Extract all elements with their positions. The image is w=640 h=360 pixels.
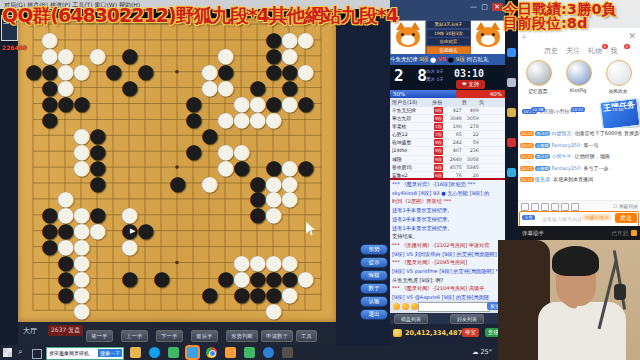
client-chat-line-9: *** 《魔灵对网》-[2095号房间] bbox=[390, 258, 505, 267]
side-button-认输[interactable]: 认输 bbox=[360, 296, 388, 307]
client-chat-line-12: *** 《魔灵对网》-[2104号房间] 高级手 bbox=[390, 284, 505, 293]
white-stone-icon: ● bbox=[430, 56, 436, 64]
client-chat-line-3: 还有1手未显示支持纪录。 bbox=[390, 206, 505, 215]
right-player-rank: 9段 bbox=[456, 56, 465, 62]
scoreboard: 2 8 白方 0子 黑方 1子 03:10 ❤ 支持 bbox=[390, 65, 505, 90]
taskbar-app-item[interactable]: 接笑趣像网页研机 搜索一下 bbox=[46, 347, 124, 360]
fishball-chip[interactable]: 白嫖32鱼丸 bbox=[582, 214, 612, 221]
footer-button-6[interactable]: 工具 bbox=[296, 330, 317, 342]
footer-button-0[interactable]: 第一手 bbox=[86, 330, 113, 342]
footer-button-2[interactable]: 下一手 bbox=[156, 330, 183, 342]
side-button-退出[interactable]: 退出 bbox=[360, 309, 388, 320]
danmu-label: 弹幕助手 bbox=[518, 230, 544, 236]
taskbar-icon-5[interactable] bbox=[225, 347, 236, 358]
left-player-name: 斗鱼无纪律 bbox=[390, 56, 418, 62]
spectator-row-0[interactable]: 斗鱼无纪律9段427499 bbox=[390, 107, 505, 115]
streamer-body bbox=[538, 302, 626, 360]
support-button[interactable]: ❤ 支持 bbox=[456, 80, 485, 89]
client-tabs: 棋盘列表好友列表 bbox=[390, 313, 505, 324]
fan-level-1: LV.38 bbox=[523, 96, 553, 115]
emoji-icon[interactable] bbox=[402, 303, 409, 310]
fan-icon-历史[interactable]: 历史 bbox=[544, 46, 558, 56]
douyu-chat-line-4: LV.13慢急递: 欢迎来到本直播间 bbox=[518, 174, 640, 186]
rank-banner: 目前段位:8d bbox=[503, 14, 640, 33]
fan-level-3: LV.30 bbox=[603, 96, 633, 115]
client-chat[interactable]: *** 《魔灵对弈》-[16段]欢迎您 ***sky4kiss8 [4段] 93… bbox=[390, 178, 505, 302]
fan-name-1: 记忆股票 bbox=[523, 88, 553, 94]
streamer-hair bbox=[552, 246, 599, 276]
fan-level-2: LV.32 bbox=[563, 96, 593, 115]
taskbar-icon-2[interactable] bbox=[168, 347, 179, 358]
taskbar-icon-6[interactable] bbox=[244, 347, 255, 358]
client-chat-line-0: *** 《魔灵对弈》-[16段]欢迎您 *** bbox=[390, 180, 505, 189]
emoji-icon[interactable] bbox=[393, 303, 400, 310]
fan-name-2: KissPig bbox=[563, 88, 593, 93]
microphone-icon bbox=[614, 284, 626, 300]
fan-avatar-1[interactable] bbox=[526, 60, 552, 86]
chat-tool-icon-1[interactable] bbox=[531, 203, 539, 211]
client-chat-input[interactable] bbox=[418, 302, 490, 312]
spectator-row-1[interactable]: 寒古九段9段30463059 bbox=[390, 115, 505, 123]
move-counter: 2 8 bbox=[394, 66, 429, 85]
douyu-chat-line-0: LV.23黑马狂白嫖预言: 伯泰兽给下了6000鱼 直接选不服开A bbox=[518, 128, 640, 140]
side-button-提示[interactable]: 提示 bbox=[360, 257, 388, 268]
send-button[interactable]: 发送 bbox=[615, 213, 637, 223]
lock-icon[interactable] bbox=[631, 230, 637, 236]
mic-stand bbox=[613, 250, 626, 310]
winrate-right: 40% bbox=[490, 90, 502, 98]
edge-icon-3[interactable] bbox=[507, 138, 516, 147]
spectator-row-4[interactable]: 乾坤盛整9段24259 bbox=[390, 139, 505, 147]
coin-bar: 20,412,334,487 夺宝 竞猜 bbox=[390, 324, 505, 345]
footer-button-4[interactable]: 形势判断 bbox=[226, 330, 258, 342]
qq-banner: QQ群(648302212)野狐九段*4其他網站九段*4 bbox=[2, 3, 506, 29]
fan-avatar-3[interactable] bbox=[606, 60, 632, 86]
last-move-marker: ▶ bbox=[130, 228, 135, 235]
go-board[interactable]: ●●●●●●●●●●●●●●●●●●●●●●●●●●●●●●●●●●●●●●●●… bbox=[18, 18, 336, 322]
hall-label[interactable]: 大厅 bbox=[23, 326, 37, 336]
fan-name-3: 依风吹衣 bbox=[603, 88, 633, 94]
badge-count: 2 bbox=[624, 44, 630, 49]
room-chip[interactable]: 2637·复盘 bbox=[48, 325, 83, 336]
taskbar[interactable]: ⌕ 接笑趣像网页研机 搜索一下 ☁ 25° bbox=[0, 345, 498, 360]
footer-button-1[interactable]: 上一手 bbox=[121, 330, 148, 342]
client-chat-line-7: *** 《直播对网》-[2102号房间] 申请对弈 bbox=[390, 241, 505, 250]
edge-icon-2[interactable] bbox=[507, 108, 516, 117]
footer-button-5[interactable]: 申请数子 bbox=[261, 330, 293, 342]
client-chat-line-2: 时同《1层期》目装结 *** bbox=[390, 197, 505, 206]
taskbar-icon-0[interactable] bbox=[130, 347, 141, 358]
side-button-悔棋[interactable]: 悔棋 bbox=[360, 270, 388, 281]
webcam bbox=[498, 240, 640, 360]
capture-white: 白方 0子 bbox=[426, 69, 444, 74]
douyu-chat-line-1: LV.21小葡萄Fantasy250: 第一句 bbox=[518, 140, 640, 152]
start-button[interactable] bbox=[3, 348, 12, 357]
vs-label: VS bbox=[438, 56, 446, 62]
winrate-bar: 50% 40% bbox=[390, 90, 505, 98]
side-button-形势[interactable]: 形势 bbox=[360, 244, 388, 255]
chat-tool-icon-5[interactable] bbox=[571, 203, 579, 211]
douyu-chat-line-2: LV.21黑马狂小明牛牛: 让他经牌，瑞骑 bbox=[518, 151, 640, 163]
client-chat-line-10: [9段] VS parisfme [9段] 的支持[局面随期] *** bbox=[390, 267, 505, 276]
spectator-header: 用户名(18)身份胜负 bbox=[390, 98, 505, 107]
left-strip: 当湖 bbox=[0, 9, 18, 345]
coin-amount: 20,412,334,487 bbox=[405, 329, 462, 337]
spectator-row-3[interactable]: 心胜127段6522 bbox=[390, 131, 505, 139]
spectator-row-2[interactable]: 李老桂1段190278 bbox=[390, 123, 505, 131]
taskbar-icon-4[interactable] bbox=[206, 347, 217, 358]
game-info-panel: 黑贴3又3/4子19路 30秒3次自由对弈旁观聊天 斗鱼无纪律 9段 ● VS … bbox=[390, 20, 505, 345]
block-effects-checkbox[interactable]: ☐ 屏蔽特效 bbox=[613, 203, 638, 209]
taskbar-app-text: 接笑趣像网页研机 bbox=[49, 350, 89, 356]
coin-icon bbox=[393, 329, 402, 337]
chat-tool-icon-0[interactable] bbox=[521, 203, 529, 211]
client-tab-1[interactable]: 好友列表 bbox=[450, 314, 484, 324]
danmu-bar: 弹幕助手 已开启 bbox=[518, 226, 640, 240]
chat-tool-icon-4[interactable] bbox=[561, 203, 569, 211]
game-timer: 03:10 bbox=[454, 68, 484, 79]
input-badge: 斗鱼 bbox=[522, 215, 535, 220]
task-view-icon[interactable] bbox=[32, 349, 42, 359]
edge-icon-4[interactable] bbox=[507, 168, 516, 177]
winrate-left: 50% bbox=[393, 90, 405, 98]
stream-number: 226400 bbox=[2, 44, 27, 51]
spectator-row-7[interactable]: 曾依朋玛6段45755845 bbox=[390, 164, 505, 172]
chat-tool-icon-3[interactable] bbox=[551, 203, 559, 211]
fan-icon-我[interactable]: 我 bbox=[610, 46, 617, 56]
taskbar-icon-1[interactable] bbox=[149, 347, 160, 358]
board-footer: 大厅 2637·复盘 第一手上一手下一手最后手形势判断申请数子工具 bbox=[18, 322, 336, 345]
taskbar-search-icon[interactable]: ⌕ bbox=[18, 347, 22, 357]
fan-panel: LV.21集茧猫(小野给牛) 王牌任务 历史关注1礼物2我记忆股票LV.38Ki… bbox=[518, 44, 640, 128]
danmu-status: 已开启 bbox=[612, 226, 629, 240]
player-name-bar: 斗鱼无纪律 9段 ● VS ● 9段 同古乱丸 bbox=[390, 54, 505, 65]
badge-count: 1 bbox=[602, 44, 608, 49]
taskbar-app-button[interactable]: 搜索一下 bbox=[98, 349, 122, 357]
fan-icon-关注[interactable]: 关注 bbox=[566, 46, 580, 56]
taskbar-icon-8[interactable] bbox=[282, 347, 293, 358]
client-chat-line-6: 支持结束。 bbox=[390, 232, 505, 241]
taskbar-icon-7[interactable] bbox=[263, 347, 274, 358]
input-placeholder: 这里输入聊天内容 bbox=[542, 216, 582, 222]
right-player-name: 同古乱丸 bbox=[466, 56, 488, 62]
client-chat-line-4: 还有2手未显示支持纪录。 bbox=[390, 215, 505, 224]
footer-button-3[interactable]: 最后手 bbox=[191, 330, 218, 342]
black-stone-icon: ● bbox=[448, 56, 454, 64]
douyu-input[interactable]: 斗鱼 这里输入聊天内容 白嫖32鱼丸 发送 bbox=[519, 211, 639, 227]
spectator-row-5[interactable]: j19the9段407236 bbox=[390, 147, 505, 155]
client-chat-line-11: 斗鱼无电虎 [9段]: 啊? bbox=[390, 276, 505, 285]
fan-avatar-2[interactable] bbox=[566, 60, 592, 86]
edge-icon-0[interactable] bbox=[507, 48, 516, 57]
search-icon[interactable]: ⌕ bbox=[522, 32, 526, 42]
left-player-rank: 9段 bbox=[419, 56, 428, 62]
chat-tool-icon-2[interactable] bbox=[541, 203, 549, 211]
client-tab-0[interactable]: 棋盘列表 bbox=[394, 314, 428, 324]
taskbar-icon-3[interactable] bbox=[187, 347, 198, 358]
douyu-panel: ⌕ ✕ LV.21集茧猫(小野给牛) 王牌任务 历史关注1礼物2我记忆股票LV.… bbox=[518, 0, 640, 240]
side-button-数子[interactable]: 数子 bbox=[360, 283, 388, 294]
client-chat-line-1: sky4kiss8 [4段] 93 ● 无心智能 [9段] 的 bbox=[390, 189, 505, 198]
edge-icon-1[interactable] bbox=[507, 78, 516, 87]
duobao-button[interactable]: 夺宝 bbox=[462, 328, 479, 337]
weather-widget[interactable]: ☁ 25° bbox=[472, 348, 492, 356]
douyu-chat-line-3: LV.21小葡萄Fantasy250: 多亏了一步 bbox=[518, 163, 640, 175]
client-chat-line-8: [9段] VS 刘同设双白 [9段] 的支持[局面随期] bbox=[390, 250, 505, 259]
emoji-icon[interactable] bbox=[411, 303, 418, 310]
douyu-chat[interactable]: LV.23黑马狂白嫖预言: 伯泰兽给下了6000鱼 直接选不服开ALV.21小葡… bbox=[518, 128, 640, 200]
fan-icon-礼物[interactable]: 礼物 bbox=[588, 46, 602, 56]
spectator-list[interactable]: 用户名(18)身份胜负斗鱼无纪律9段427499寒古九段9段30463059李老… bbox=[390, 98, 505, 178]
client-chat-line-5: 还有1手未显示支持纪录。 bbox=[390, 224, 505, 233]
client-chat-input-row: 发送 bbox=[390, 300, 505, 313]
capture-black: 黑方 1子 bbox=[426, 77, 444, 82]
screen: 对局(G) 棋盘(B) 棋谱(P) 工具(T) 窗口(W) 帮助(H) — ▢ … bbox=[0, 0, 640, 360]
mid-strip: 形势提示悔棋数子认输退出 bbox=[336, 18, 390, 345]
spectator-row-6[interactable]: 城隍9段26403058 bbox=[390, 156, 505, 164]
